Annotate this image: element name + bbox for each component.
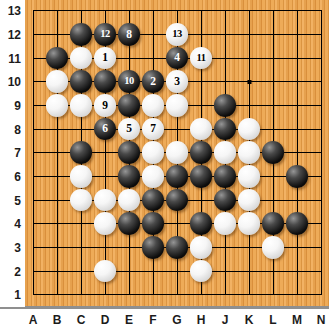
col-label-L: L [261, 311, 285, 329]
white-stone-C5 [70, 189, 93, 212]
col-label-B: B [45, 311, 69, 329]
move-number: 1 [102, 52, 108, 64]
black-stone-M4 [286, 212, 309, 235]
black-stone-J5 [214, 189, 237, 212]
col-label-E: E [117, 311, 141, 329]
move-number: 8 [126, 28, 132, 40]
white-stone-F9 [142, 94, 165, 117]
row-label-11: 11 [0, 50, 21, 68]
black-stone-E7 [118, 141, 141, 164]
black-stone-E10: 10 [118, 70, 141, 93]
black-stone-F5 [142, 189, 165, 212]
white-stone-D9: 9 [94, 94, 117, 117]
move-number: 9 [102, 99, 108, 111]
white-stone-E5 [118, 189, 141, 212]
row-label-9: 9 [0, 97, 21, 115]
black-stone-C10 [70, 70, 93, 93]
goban: 12813141110239657 [25, 0, 329, 307]
row-label-13: 13 [0, 2, 21, 20]
col-label-D: D [93, 311, 117, 329]
white-stone-L3 [262, 236, 285, 259]
black-stone-H7 [190, 141, 213, 164]
white-stone-C6 [70, 165, 93, 188]
white-stone-K6 [238, 165, 261, 188]
col-label-M: M [285, 311, 309, 329]
black-stone-F10: 2 [142, 70, 165, 93]
row-label-2: 2 [0, 263, 21, 281]
row-label-5: 5 [0, 192, 21, 210]
black-stone-C7 [70, 141, 93, 164]
white-stone-H8 [190, 118, 213, 141]
white-stone-D4 [94, 212, 117, 235]
white-stone-G10: 3 [166, 70, 189, 93]
white-stone-K8 [238, 118, 261, 141]
black-stone-L7 [262, 141, 285, 164]
black-stone-E9 [118, 94, 141, 117]
white-stone-D5 [94, 189, 117, 212]
row-label-12: 12 [0, 26, 21, 44]
move-number: 7 [150, 123, 156, 135]
black-stone-L4 [262, 212, 285, 235]
col-label-J: J [213, 311, 237, 329]
row-label-7: 7 [0, 144, 21, 162]
move-number: 6 [102, 123, 108, 135]
white-stone-G9 [166, 94, 189, 117]
white-stone-H3 [190, 236, 213, 259]
white-stone-K5 [238, 189, 261, 212]
white-stone-C9 [70, 94, 93, 117]
col-label-H: H [189, 311, 213, 329]
black-stone-D8: 6 [94, 118, 117, 141]
white-stone-J7 [214, 141, 237, 164]
black-stone-J8 [214, 118, 237, 141]
white-stone-C11 [70, 47, 93, 70]
col-label-K: K [237, 311, 261, 329]
black-stone-F4 [142, 212, 165, 235]
black-stone-H4 [190, 212, 213, 235]
black-stone-G5 [166, 189, 189, 212]
move-number: 2 [150, 75, 156, 87]
move-number: 10 [124, 76, 134, 87]
white-stone-E8: 5 [118, 118, 141, 141]
white-stone-H11: 11 [190, 47, 213, 70]
black-stone-D12: 12 [94, 23, 117, 46]
black-stone-E12: 8 [118, 23, 141, 46]
white-stone-B9 [46, 94, 69, 117]
col-label-F: F [141, 311, 165, 329]
row-coordinates: 13121110987654321 [0, 0, 25, 307]
black-stone-C12 [70, 23, 93, 46]
row-label-6: 6 [0, 168, 21, 186]
white-stone-G12: 13 [166, 23, 189, 46]
black-stone-E6 [118, 165, 141, 188]
row-label-1: 1 [0, 286, 21, 304]
move-number: 3 [174, 75, 180, 87]
col-label-N: N [309, 311, 329, 329]
move-number: 4 [174, 52, 180, 64]
black-stone-G3 [166, 236, 189, 259]
row-label-3: 3 [0, 239, 21, 257]
white-stone-J4 [214, 212, 237, 235]
go-board[interactable]: 12813141110239657 [21, 0, 329, 307]
black-stone-E4 [118, 212, 141, 235]
move-number: 11 [197, 52, 206, 63]
go-diagram: 12813141110239657 13121110987654321 ABCD… [0, 0, 329, 332]
column-coordinates: ABCDEFGHJKLMN [0, 309, 329, 332]
white-stone-F6 [142, 165, 165, 188]
row-label-10: 10 [0, 73, 21, 91]
black-stone-H6 [190, 165, 213, 188]
white-stone-B10 [46, 70, 69, 93]
black-stone-M6 [286, 165, 309, 188]
white-stone-D2 [94, 260, 117, 283]
black-stone-D10 [94, 70, 117, 93]
white-stone-G7 [166, 141, 189, 164]
move-number: 12 [100, 29, 110, 40]
black-stone-J6 [214, 165, 237, 188]
col-label-A: A [21, 311, 45, 329]
move-number: 13 [172, 29, 182, 40]
black-stone-J9 [214, 94, 237, 117]
white-stone-K7 [238, 141, 261, 164]
white-stone-H2 [190, 260, 213, 283]
white-stone-K4 [238, 212, 261, 235]
black-stone-G6 [166, 165, 189, 188]
move-number: 5 [126, 123, 132, 135]
white-stone-F8: 7 [142, 118, 165, 141]
black-stone-F3 [142, 236, 165, 259]
black-stone-G11: 4 [166, 47, 189, 70]
white-stone-F7 [142, 141, 165, 164]
row-label-4: 4 [0, 215, 21, 233]
col-label-G: G [165, 311, 189, 329]
row-label-8: 8 [0, 121, 21, 139]
white-stone-D11: 1 [94, 47, 117, 70]
black-stone-B11 [46, 47, 69, 70]
col-label-C: C [69, 311, 93, 329]
